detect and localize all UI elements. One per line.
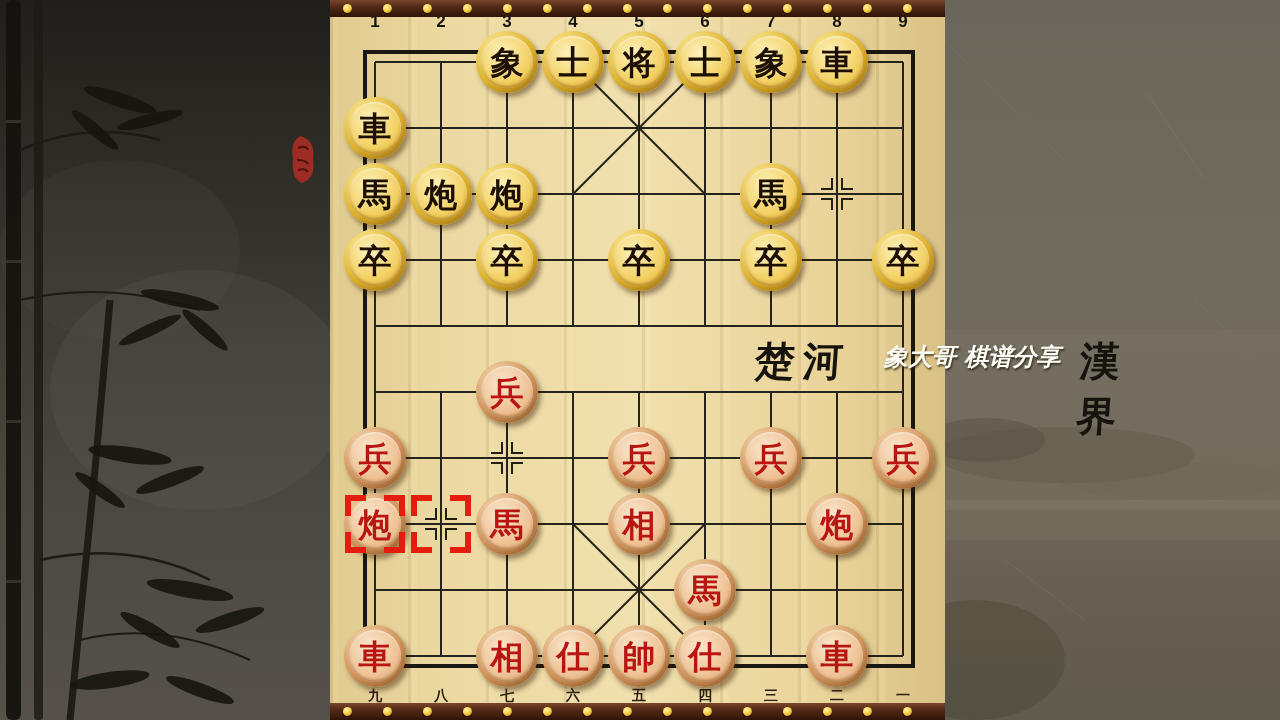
gold-stud [863, 4, 872, 13]
piece-black-advisor[interactable]: 士 [674, 31, 736, 93]
piece-black-general[interactable]: 将 [608, 31, 670, 93]
point-marker [491, 442, 523, 474]
piece-red-advisor[interactable]: 仕 [674, 625, 736, 687]
piece-red-soldier[interactable]: 兵 [608, 427, 670, 489]
gold-stud [503, 4, 512, 13]
gold-stud [423, 4, 432, 13]
gold-stud [663, 707, 672, 716]
piece-black-soldier[interactable]: 卒 [344, 229, 406, 291]
point-marker [821, 178, 853, 210]
piece-glyph: 炮 [811, 498, 863, 550]
piece-glyph: 兵 [745, 432, 797, 484]
gold-stud [903, 4, 912, 13]
gold-stud [343, 707, 352, 716]
gold-stud [583, 4, 592, 13]
piece-glyph: 帥 [613, 630, 665, 682]
piece-red-soldier[interactable]: 兵 [872, 427, 934, 489]
piece-glyph: 車 [811, 630, 863, 682]
piece-glyph: 卒 [481, 234, 533, 286]
piece-red-advisor[interactable]: 仕 [542, 625, 604, 687]
watermark-text: 象大哥 棋谱分享 [862, 341, 1082, 373]
gold-stud [703, 4, 712, 13]
piece-glyph: 馬 [745, 168, 797, 220]
gold-stud [543, 707, 552, 716]
stud-bar-top [330, 0, 945, 17]
piece-red-elephant[interactable]: 相 [608, 493, 670, 555]
piece-black-soldier[interactable]: 卒 [608, 229, 670, 291]
piece-glyph: 車 [349, 630, 401, 682]
gold-stud [823, 4, 832, 13]
piece-glyph: 相 [481, 630, 533, 682]
piece-red-soldier[interactable]: 兵 [740, 427, 802, 489]
piece-black-soldier[interactable]: 卒 [740, 229, 802, 291]
piece-black-chariot[interactable]: 車 [806, 31, 868, 93]
gold-stud [823, 707, 832, 716]
piece-black-elephant[interactable]: 象 [476, 31, 538, 93]
piece-glyph: 士 [547, 36, 599, 88]
piece-red-cannon[interactable]: 炮 [806, 493, 868, 555]
gold-stud [383, 707, 392, 716]
river-text-left: 楚河 [753, 334, 853, 389]
piece-red-soldier[interactable]: 兵 [344, 427, 406, 489]
piece-red-cannon[interactable]: 炮 [344, 493, 406, 555]
piece-black-horse[interactable]: 馬 [740, 163, 802, 225]
piece-glyph: 炮 [415, 168, 467, 220]
gold-stud [623, 707, 632, 716]
piece-glyph: 将 [613, 36, 665, 88]
gold-stud [663, 4, 672, 13]
piece-glyph: 車 [811, 36, 863, 88]
piece-glyph: 卒 [349, 234, 401, 286]
piece-black-elephant[interactable]: 象 [740, 31, 802, 93]
piece-red-chariot[interactable]: 車 [344, 625, 406, 687]
piece-black-soldier[interactable]: 卒 [476, 229, 538, 291]
gold-stud [463, 707, 472, 716]
piece-red-chariot[interactable]: 車 [806, 625, 868, 687]
piece-glyph: 兵 [349, 432, 401, 484]
gold-stud [583, 707, 592, 716]
piece-glyph: 炮 [349, 498, 401, 550]
piece-glyph: 炮 [481, 168, 533, 220]
piece-glyph: 仕 [679, 630, 731, 682]
xiangqi-app: 楚河 漢界 象大哥 棋谱分享 123456789九八七六五四三二一象士将士象車車… [0, 0, 1280, 720]
piece-glyph: 仕 [547, 630, 599, 682]
piece-glyph: 象 [481, 36, 533, 88]
piece-red-horse[interactable]: 馬 [476, 493, 538, 555]
piece-glyph: 象 [745, 36, 797, 88]
piece-black-cannon[interactable]: 炮 [476, 163, 538, 225]
gold-stud [903, 707, 912, 716]
piece-glyph: 兵 [481, 366, 533, 418]
gold-stud [863, 707, 872, 716]
gold-stud [423, 707, 432, 716]
piece-glyph: 卒 [877, 234, 929, 286]
piece-red-horse[interactable]: 馬 [674, 559, 736, 621]
piece-red-soldier[interactable]: 兵 [476, 361, 538, 423]
piece-glyph: 卒 [613, 234, 665, 286]
gold-stud [703, 707, 712, 716]
river-text-right: 漢界 [1074, 334, 1130, 444]
piece-black-soldier[interactable]: 卒 [872, 229, 934, 291]
piece-glyph: 兵 [613, 432, 665, 484]
piece-black-horse[interactable]: 馬 [344, 163, 406, 225]
gold-stud [623, 4, 632, 13]
gold-stud [783, 4, 792, 13]
point-marker [425, 508, 457, 540]
gold-stud [743, 4, 752, 13]
piece-glyph: 馬 [349, 168, 401, 220]
stud-bar-bottom [330, 703, 945, 720]
gold-stud [383, 4, 392, 13]
piece-glyph: 車 [349, 102, 401, 154]
piece-glyph: 馬 [679, 564, 731, 616]
piece-black-cannon[interactable]: 炮 [410, 163, 472, 225]
piece-glyph: 兵 [877, 432, 929, 484]
gold-stud [543, 4, 552, 13]
piece-black-advisor[interactable]: 士 [542, 31, 604, 93]
gold-stud [783, 707, 792, 716]
gold-stud [503, 707, 512, 716]
piece-black-chariot[interactable]: 車 [344, 97, 406, 159]
piece-red-general[interactable]: 帥 [608, 625, 670, 687]
piece-red-elephant[interactable]: 相 [476, 625, 538, 687]
piece-glyph: 相 [613, 498, 665, 550]
piece-glyph: 馬 [481, 498, 533, 550]
gold-stud [743, 707, 752, 716]
piece-glyph: 卒 [745, 234, 797, 286]
piece-glyph: 士 [679, 36, 731, 88]
gold-stud [463, 4, 472, 13]
gold-stud [343, 4, 352, 13]
